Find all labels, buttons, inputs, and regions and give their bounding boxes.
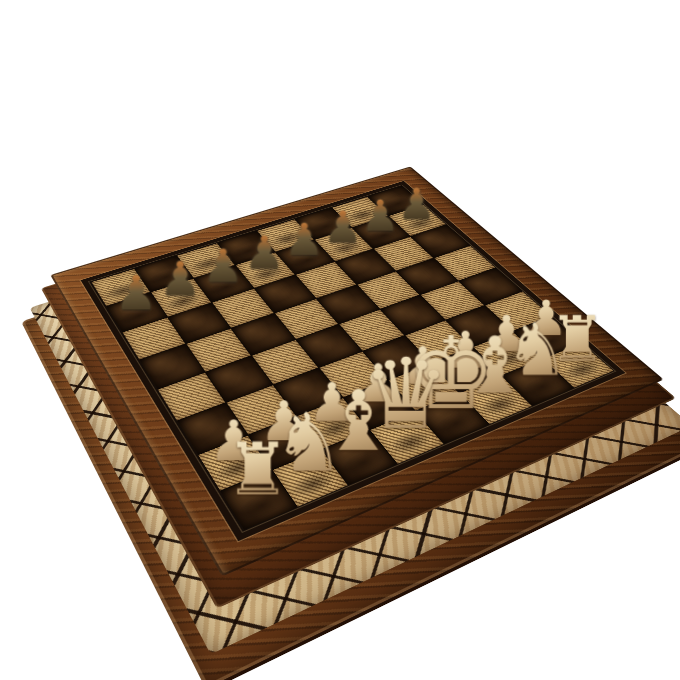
chess-set-scene: ♜♞♝♛♚♝♞♜♟♟♟♟♟♟♟♟♟♟♟♟♟♟♟♟♜♞♝♛♚♝♞♜ bbox=[0, 0, 680, 680]
black-pawn-g7: ♟ bbox=[361, 194, 399, 237]
square-c5 bbox=[231, 313, 295, 355]
square-a6 bbox=[122, 317, 184, 359]
black-pawn-b7: ♟ bbox=[159, 256, 201, 302]
black-pawn-c7: ♟ bbox=[203, 242, 244, 288]
black-pawn-a7: ♟ bbox=[115, 269, 157, 316]
product-photo-canvas: ♜♞♝♛♚♝♞♜♟♟♟♟♟♟♟♟♟♟♟♟♟♟♟♟♜♞♝♛♚♝♞♜ bbox=[0, 0, 680, 680]
black-pawn-e7: ♟ bbox=[284, 217, 324, 261]
black-pawn-f7: ♟ bbox=[323, 205, 362, 248]
black-pawn-d7: ♟ bbox=[244, 230, 284, 275]
black-pawn-h7: ♟ bbox=[398, 182, 436, 224]
square-a1: ♜ bbox=[220, 470, 296, 529]
white-rook-a1: ♜ bbox=[225, 433, 290, 506]
